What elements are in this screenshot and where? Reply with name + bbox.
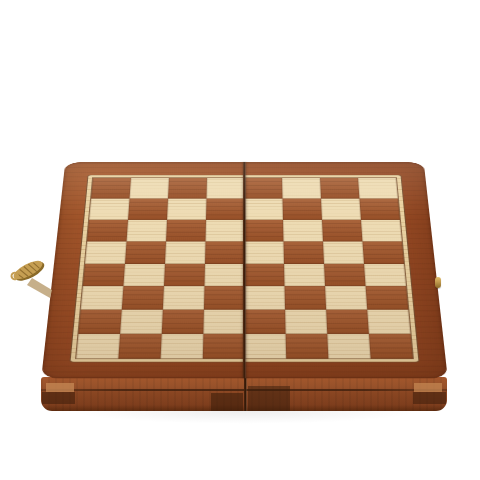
board-square — [369, 334, 413, 359]
board-square — [366, 286, 409, 309]
fold-gap-side — [244, 377, 247, 411]
board-square — [282, 178, 321, 199]
board-square — [245, 241, 285, 263]
board-square — [125, 241, 166, 263]
board-square — [286, 334, 329, 359]
board-square — [167, 198, 206, 219]
board-square — [245, 178, 283, 199]
board-square — [123, 264, 164, 287]
board-square — [161, 310, 203, 334]
board-square — [245, 286, 286, 309]
board-square — [284, 241, 324, 263]
board-square — [285, 286, 326, 309]
clasp-cord — [27, 278, 52, 298]
product-photo — [0, 0, 480, 480]
board-square — [205, 241, 245, 263]
finger-joint-right — [414, 383, 442, 392]
board-frame — [41, 162, 448, 378]
board-square — [165, 241, 205, 263]
finger-joint-center — [211, 393, 243, 411]
board-square — [325, 286, 367, 309]
board-square — [367, 310, 410, 334]
box-side-wall — [41, 377, 447, 411]
board-square — [245, 334, 287, 359]
fold-hinge-gap — [243, 162, 246, 378]
board-square — [245, 220, 284, 242]
board-square — [245, 310, 287, 334]
board-square — [323, 241, 364, 263]
board-square — [324, 264, 365, 287]
finger-joint-center — [248, 386, 290, 411]
board-square — [322, 220, 362, 242]
board-square — [120, 310, 163, 334]
board-square — [85, 241, 126, 263]
board-square — [202, 334, 244, 359]
brass-catch-pin — [435, 277, 441, 288]
board-square — [328, 334, 371, 359]
board-square — [166, 220, 206, 242]
board-square — [168, 178, 207, 199]
board-square — [360, 198, 400, 219]
board-square — [87, 220, 128, 242]
finger-joint-right — [413, 392, 446, 404]
board-square — [128, 198, 168, 219]
board-square — [203, 310, 245, 334]
board-square — [81, 286, 124, 309]
finger-joint-left — [42, 392, 75, 404]
board-square — [284, 264, 325, 287]
board-square — [361, 220, 402, 242]
board-square — [118, 334, 161, 359]
board-square — [245, 198, 284, 219]
board-square — [285, 310, 327, 334]
board-square — [206, 178, 244, 199]
board-square — [321, 198, 361, 219]
board-square — [160, 334, 203, 359]
board-square — [206, 198, 245, 219]
board-square — [129, 178, 168, 199]
board-square — [76, 334, 120, 359]
board-square — [358, 178, 398, 199]
brass-clasp-hook — [8, 250, 54, 302]
board-square — [163, 286, 204, 309]
board-square — [245, 264, 285, 287]
board-square — [204, 264, 244, 287]
board-square — [364, 264, 406, 287]
board-square — [91, 178, 131, 199]
board-square — [164, 264, 205, 287]
board-square — [89, 198, 129, 219]
board-square — [283, 220, 323, 242]
board-square — [126, 220, 166, 242]
board-square — [326, 310, 369, 334]
chess-board — [41, 162, 448, 378]
board-square — [320, 178, 359, 199]
board-square — [83, 264, 125, 287]
board-square — [122, 286, 164, 309]
board-square — [204, 286, 245, 309]
board-square — [283, 198, 322, 219]
board-square — [78, 310, 121, 334]
board-square — [205, 220, 244, 242]
board-square — [363, 241, 404, 263]
finger-joint-left — [46, 383, 74, 392]
